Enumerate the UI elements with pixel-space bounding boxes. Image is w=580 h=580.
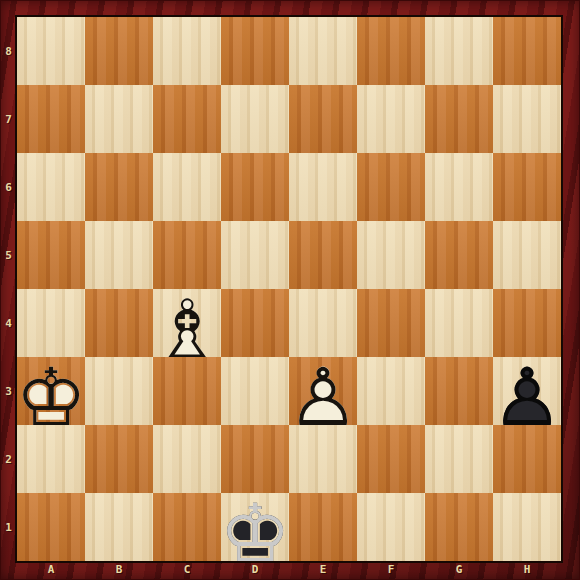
square-d3[interactable] (221, 357, 289, 425)
square-d2[interactable] (221, 425, 289, 493)
square-c7[interactable] (153, 85, 221, 153)
square-b2[interactable] (85, 425, 153, 493)
square-c5[interactable] (153, 221, 221, 289)
square-f4[interactable] (357, 289, 425, 357)
square-g7[interactable] (425, 85, 493, 153)
square-d1[interactable]: ♚♔ (221, 493, 289, 561)
file-label-c: C (153, 559, 221, 580)
square-c4[interactable]: ♝♗ (153, 289, 221, 357)
square-g3[interactable] (425, 357, 493, 425)
square-a2[interactable] (17, 425, 85, 493)
square-c2[interactable] (153, 425, 221, 493)
square-h7[interactable] (493, 85, 561, 153)
file-label-a: A (17, 559, 85, 580)
square-e1[interactable] (289, 493, 357, 561)
square-a5[interactable] (17, 221, 85, 289)
square-a4[interactable] (17, 289, 85, 357)
piece-outline-glyph: ♔ (221, 500, 289, 568)
square-h1[interactable] (493, 493, 561, 561)
square-d8[interactable] (221, 17, 289, 85)
square-b1[interactable] (85, 493, 153, 561)
file-label-e: E (289, 559, 357, 580)
square-a6[interactable] (17, 153, 85, 221)
square-c8[interactable] (153, 17, 221, 85)
square-d5[interactable] (221, 221, 289, 289)
piece-outline-glyph: ♙ (493, 364, 561, 432)
square-e8[interactable] (289, 17, 357, 85)
square-h5[interactable] (493, 221, 561, 289)
square-g1[interactable] (425, 493, 493, 561)
square-f5[interactable] (357, 221, 425, 289)
piece-white-king[interactable]: ♚♔ (17, 357, 85, 425)
square-b8[interactable] (85, 17, 153, 85)
square-f2[interactable] (357, 425, 425, 493)
file-label-b: B (85, 559, 153, 580)
square-e2[interactable] (289, 425, 357, 493)
piece-outline-glyph: ♙ (289, 364, 357, 432)
square-c6[interactable] (153, 153, 221, 221)
square-f1[interactable] (357, 493, 425, 561)
square-e4[interactable] (289, 289, 357, 357)
rank-label-7: 7 (0, 85, 17, 153)
rank-label-6: 6 (0, 153, 17, 221)
chessboard: ♝♗♚♔♟♙♟♙♚♔ (17, 17, 561, 561)
piece-black-pawn[interactable]: ♟♙ (493, 357, 561, 425)
rank-label-1: 1 (0, 493, 17, 561)
square-g4[interactable] (425, 289, 493, 357)
square-b4[interactable] (85, 289, 153, 357)
rank-label-4: 4 (0, 289, 17, 357)
square-h3[interactable]: ♟♙ (493, 357, 561, 425)
piece-outline-glyph: ♔ (17, 364, 85, 432)
square-g8[interactable] (425, 17, 493, 85)
chessboard-frame: 87654321 ABCDEFGH ♝♗♚♔♟♙♟♙♚♔ (0, 0, 580, 580)
square-f3[interactable] (357, 357, 425, 425)
square-h2[interactable] (493, 425, 561, 493)
square-g5[interactable] (425, 221, 493, 289)
file-label-h: H (493, 559, 561, 580)
square-b5[interactable] (85, 221, 153, 289)
square-h6[interactable] (493, 153, 561, 221)
square-a1[interactable] (17, 493, 85, 561)
file-label-g: G (425, 559, 493, 580)
file-label-f: F (357, 559, 425, 580)
piece-black-king[interactable]: ♚♔ (221, 493, 289, 561)
square-f7[interactable] (357, 85, 425, 153)
piece-white-bishop[interactable]: ♝♗ (153, 289, 221, 357)
square-a7[interactable] (17, 85, 85, 153)
piece-outline-glyph: ♗ (153, 296, 221, 364)
square-f8[interactable] (357, 17, 425, 85)
square-c1[interactable] (153, 493, 221, 561)
square-g2[interactable] (425, 425, 493, 493)
square-e6[interactable] (289, 153, 357, 221)
square-b3[interactable] (85, 357, 153, 425)
square-a3[interactable]: ♚♔ (17, 357, 85, 425)
square-c3[interactable] (153, 357, 221, 425)
square-b6[interactable] (85, 153, 153, 221)
square-b7[interactable] (85, 85, 153, 153)
piece-white-pawn[interactable]: ♟♙ (289, 357, 357, 425)
rank-label-5: 5 (0, 221, 17, 289)
square-g6[interactable] (425, 153, 493, 221)
square-h4[interactable] (493, 289, 561, 357)
square-e7[interactable] (289, 85, 357, 153)
square-a8[interactable] (17, 17, 85, 85)
square-e3[interactable]: ♟♙ (289, 357, 357, 425)
rank-labels: 87654321 (0, 17, 17, 561)
square-d4[interactable] (221, 289, 289, 357)
square-e5[interactable] (289, 221, 357, 289)
square-d6[interactable] (221, 153, 289, 221)
square-h8[interactable] (493, 17, 561, 85)
rank-label-8: 8 (0, 17, 17, 85)
square-f6[interactable] (357, 153, 425, 221)
square-d7[interactable] (221, 85, 289, 153)
